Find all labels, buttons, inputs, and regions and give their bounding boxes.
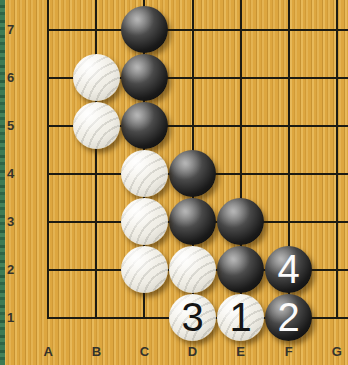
column-label-E: E [231, 345, 251, 359]
column-label-C: C [134, 345, 154, 359]
stone-white-c2[interactable] [121, 246, 168, 293]
column-label-F: F [279, 345, 299, 359]
move-number-label: 4 [278, 249, 300, 289]
grid-line-col-A [47, 0, 49, 319]
stone-black-c7[interactable] [121, 6, 168, 53]
stone-white-e1[interactable]: 1 [217, 294, 264, 341]
stone-black-c5[interactable] [121, 102, 168, 149]
column-label-D: D [183, 345, 203, 359]
column-label-B: B [86, 345, 106, 359]
stone-black-f1[interactable]: 2 [265, 294, 312, 341]
stone-white-d2[interactable] [169, 246, 216, 293]
go-board-screenshot: ABCDEFG1234567 4231 [0, 0, 348, 365]
stone-white-c3[interactable] [121, 198, 168, 245]
move-number-label: 1 [229, 297, 251, 337]
stone-black-d3[interactable] [169, 198, 216, 245]
grid-line-col-B [95, 0, 97, 319]
column-label-G: G [327, 345, 347, 359]
stone-white-b6[interactable] [73, 54, 120, 101]
move-number-label: 3 [181, 297, 203, 337]
move-number-label: 2 [278, 297, 300, 337]
stone-white-b5[interactable] [73, 102, 120, 149]
stone-black-f2[interactable]: 4 [265, 246, 312, 293]
stone-black-e2[interactable] [217, 246, 264, 293]
stone-black-d4[interactable] [169, 150, 216, 197]
grid-line-col-G [336, 0, 338, 319]
column-label-A: A [38, 345, 58, 359]
table-edge-strip [0, 0, 5, 365]
stone-white-c4[interactable] [121, 150, 168, 197]
stone-black-e3[interactable] [217, 198, 264, 245]
stone-black-c6[interactable] [121, 54, 168, 101]
grid-line-row-7 [47, 29, 348, 31]
stone-white-d1[interactable]: 3 [169, 294, 216, 341]
